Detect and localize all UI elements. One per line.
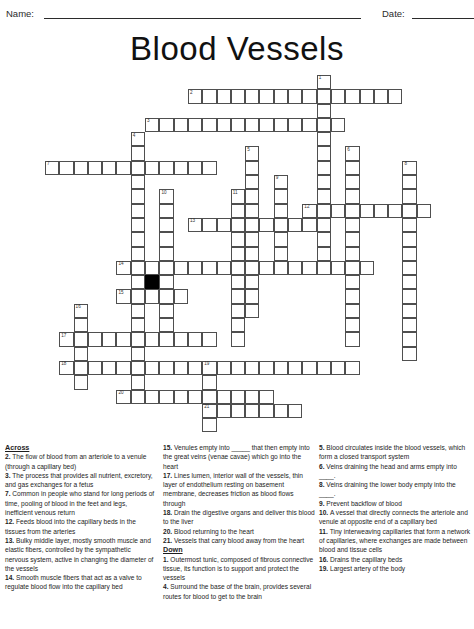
grid-cell[interactable] [131,275,145,289]
grid-cell[interactable] [159,161,173,175]
grid-cell[interactable] [331,361,345,375]
grid-cell[interactable] [345,289,359,303]
grid-cell[interactable]: 14 [116,261,130,275]
grid-cell[interactable] [131,361,145,375]
clue-item: 1. Outermost tunic, composed of fibrous … [163,555,315,583]
grid-cell[interactable] [245,304,259,318]
grid-cell[interactable] [345,189,359,203]
grid-cell[interactable] [131,247,145,261]
grid-cell[interactable]: 5 [245,146,259,160]
grid-cell[interactable] [231,289,245,303]
grid-cell[interactable]: 7 [45,161,59,175]
grid-cell[interactable] [231,204,245,218]
grid-cell[interactable] [217,118,231,132]
grid-cell[interactable] [145,332,159,346]
name-blank-line[interactable] [44,18,361,19]
grid-cell[interactable] [74,318,88,332]
grid-cell[interactable] [245,189,259,203]
grid-cell[interactable] [145,390,159,404]
clue-number: 3 [147,119,150,124]
grid-cell[interactable] [174,390,188,404]
grid-cell[interactable] [202,161,216,175]
grid-cell[interactable] [345,332,359,346]
clue-number: 12 [304,205,309,210]
grid-cell[interactable] [202,118,216,132]
grid-cell[interactable] [317,247,331,261]
grid-cell[interactable] [417,204,431,218]
grid-cell[interactable] [231,404,245,418]
grid-cell[interactable] [345,89,359,103]
grid-cell[interactable] [274,204,288,218]
clue-number: 14 [118,262,123,267]
crossword-worksheet: { "game": "crossword", "title": "Blood V… [0,0,474,629]
clue-item: 5. Blood circulates inside the blood ves… [319,443,471,462]
grid-cell[interactable] [159,261,173,275]
grid-cell[interactable] [331,118,345,132]
grid-cell[interactable] [245,247,259,261]
grid-cell[interactable] [202,218,216,232]
grid-cell[interactable] [274,261,288,275]
grid-cell[interactable] [159,275,173,289]
grid-cell[interactable] [188,390,202,404]
grid-cell[interactable] [88,161,102,175]
grid-cell[interactable] [231,304,245,318]
clue-number: 9 [276,176,279,181]
grid-cell[interactable] [288,89,302,103]
clue-column-3: 5. Blood circulates inside the blood ves… [319,443,471,573]
grid-cell[interactable] [360,204,374,218]
grid-cell[interactable] [402,332,416,346]
grid-cell[interactable] [317,204,331,218]
clue-item: 20. Blood returning to the heart [163,527,315,536]
grid-cell[interactable] [288,361,302,375]
grid-cell[interactable] [274,189,288,203]
grid-cell[interactable] [217,261,231,275]
grid-cell[interactable] [245,289,259,303]
grid-cell[interactable] [231,261,245,275]
grid-cell[interactable] [317,89,331,103]
grid-cell[interactable] [259,261,273,275]
grid-cell[interactable] [202,418,216,432]
grid-cell[interactable] [231,390,245,404]
grid-cell[interactable] [159,204,173,218]
grid-cell[interactable]: 15 [116,289,130,303]
grid-cell[interactable]: 3 [145,118,159,132]
grid-cell[interactable] [259,361,273,375]
grid-cell[interactable] [331,89,345,103]
grid-cell[interactable] [145,261,159,275]
clue-item: 14. Smooth muscle fibers that act as a v… [5,573,155,592]
grid-cell[interactable] [302,261,316,275]
grid-cell[interactable] [159,390,173,404]
grid-cell[interactable] [345,261,359,275]
grid-cell[interactable] [102,361,116,375]
grid-cell[interactable] [345,247,359,261]
grid-cell[interactable]: 8 [402,161,416,175]
grid-cell[interactable] [74,361,88,375]
grid-cell[interactable] [317,104,331,118]
grid-cell[interactable] [231,118,245,132]
grid-cell[interactable] [245,175,259,189]
clue-item: 8. Veins draining the lower body empty i… [319,480,471,499]
grid-cell[interactable] [259,118,273,132]
grid-cell[interactable] [317,132,331,146]
clue-number: 2 [190,91,193,96]
clue-number: 1 [319,76,322,81]
clue-item: 3. The process that provides all nutrien… [5,471,155,490]
grid-cell[interactable] [159,332,173,346]
grid-cell[interactable] [402,304,416,318]
clue-list-heading: Down [163,545,315,554]
crossword-board: 123456789101112131415161718192021 [45,75,445,432]
clue-number: 13 [190,219,195,224]
grid-cell[interactable] [388,204,402,218]
grid-cell[interactable] [402,261,416,275]
grid-cell[interactable] [174,332,188,346]
grid-cell[interactable] [288,118,302,132]
grid-cell[interactable] [302,218,316,232]
grid-cell[interactable] [245,204,259,218]
grid-cell[interactable] [231,232,245,246]
grid-cell[interactable] [202,89,216,103]
clue-item: 6. Veins draining the head and arms empt… [319,462,471,481]
grid-cell[interactable] [331,261,345,275]
clue-item: 15. Venules empty into _____ that then e… [163,443,315,471]
grid-cell[interactable] [116,361,130,375]
clue-number: 7 [47,162,50,167]
grid-cell[interactable] [288,218,302,232]
puzzle-title: Blood Vessels [0,30,474,68]
grid-cell[interactable] [202,332,216,346]
grid-cell[interactable] [317,118,331,132]
grid-cell[interactable] [131,204,145,218]
grid-cell[interactable]: 13 [188,218,202,232]
grid-cell[interactable] [116,161,130,175]
grid-cell[interactable] [317,161,331,175]
grid-cell[interactable] [202,375,216,389]
clue-number: 17 [61,334,66,339]
grid-cell[interactable] [288,404,302,418]
grid-cell[interactable] [131,304,145,318]
grid-cell[interactable] [131,390,145,404]
grid-cell[interactable] [259,89,273,103]
grid-cell[interactable] [302,89,316,103]
black-cell [145,275,159,289]
grid-cell[interactable] [131,347,145,361]
grid-cell[interactable] [317,146,331,160]
grid-cell[interactable] [102,161,116,175]
grid-cell[interactable] [317,361,331,375]
clue-item: 4. Surround the base of the brain, provi… [163,582,315,601]
grid-cell[interactable] [402,189,416,203]
grid-cell[interactable] [145,161,159,175]
grid-cell[interactable] [159,361,173,375]
grid-cell[interactable] [159,232,173,246]
grid-cell[interactable] [188,118,202,132]
clue-number: 19 [204,362,209,367]
grid-cell[interactable] [245,118,259,132]
clue-item: 17. Lines lumen, interior wall of the ve… [163,471,315,508]
grid-cell[interactable]: 16 [74,304,88,318]
grid-cell[interactable] [245,218,259,232]
grid-cell[interactable] [345,218,359,232]
grid-cell[interactable] [274,232,288,246]
grid-cell[interactable] [317,175,331,189]
grid-cell[interactable] [374,89,388,103]
name-label: Name: [6,8,34,19]
grid-cell[interactable] [74,347,88,361]
grid-cell[interactable] [159,318,173,332]
grid-cell[interactable] [159,118,173,132]
grid-cell[interactable] [274,247,288,261]
grid-cell[interactable] [131,218,145,232]
clue-list-heading: Across [5,443,155,452]
grid-cell[interactable] [317,232,331,246]
grid-cell[interactable] [88,332,102,346]
grid-cell[interactable] [345,175,359,189]
grid-cell[interactable] [159,304,173,318]
clue-number: 6 [347,148,350,153]
grid-cell[interactable] [345,361,359,375]
grid-cell[interactable] [402,289,416,303]
grid-cell[interactable] [231,318,245,332]
grid-cell[interactable] [131,161,145,175]
grid-cell[interactable] [231,275,245,289]
grid-cell[interactable] [345,275,359,289]
grid-cell[interactable] [345,204,359,218]
grid-cell[interactable] [402,275,416,289]
grid-cell[interactable] [274,404,288,418]
grid-cell[interactable]: 17 [59,332,73,346]
grid-cell[interactable] [402,218,416,232]
clue-item: 19. Largest artery of the body [319,564,471,573]
grid-cell[interactable] [131,189,145,203]
grid-cell[interactable] [402,204,416,218]
grid-cell[interactable]: 1 [317,75,331,89]
grid-cell[interactable] [345,161,359,175]
grid-cell[interactable] [360,261,374,275]
grid-cell[interactable] [245,161,259,175]
clue-number: 5 [247,148,250,153]
grid-cell[interactable] [402,232,416,246]
grid-cell[interactable] [131,289,145,303]
grid-cell[interactable] [74,161,88,175]
grid-cell[interactable] [274,118,288,132]
clue-item: 11. Tiny interweaving capillaries that f… [319,527,471,555]
grid-cell[interactable] [317,261,331,275]
grid-cell[interactable] [131,232,145,246]
grid-cell[interactable] [217,390,231,404]
grid-cell[interactable] [174,289,188,303]
grid-cell[interactable] [145,289,159,303]
clue-item: 10. A vessel that directly connects the … [319,508,471,527]
grid-cell[interactable] [259,404,273,418]
grid-cell[interactable] [131,146,145,160]
grid-cell[interactable] [231,332,245,346]
clue-number: 4 [133,134,136,139]
grid-cell[interactable]: 11 [231,189,245,203]
grid-cell[interactable] [402,347,416,361]
grid-cell[interactable] [131,318,145,332]
grid-cell[interactable] [274,218,288,232]
grid-cell[interactable] [74,375,88,389]
grid-cell[interactable] [274,361,288,375]
clue-item: 2. The flow of blood from an arteriole t… [5,452,155,471]
grid-cell[interactable] [188,332,202,346]
clue-item: 13. Bulky middle layer, mostly smooth mu… [5,536,155,573]
grid-cell[interactable] [402,247,416,261]
grid-cell[interactable] [217,218,231,232]
grid-cell[interactable] [174,361,188,375]
clue-item: 18. Drain the digestive organs and deliv… [163,508,315,527]
grid-cell[interactable] [131,332,145,346]
grid-cell[interactable] [74,332,88,346]
grid-cell[interactable]: 2 [188,89,202,103]
grid-cell[interactable] [345,232,359,246]
grid-cell[interactable] [231,361,245,375]
grid-cell[interactable] [245,404,259,418]
grid-cell[interactable]: 18 [59,361,73,375]
grid-cell[interactable] [102,332,116,346]
grid-cell[interactable] [174,261,188,275]
grid-cell[interactable] [259,218,273,232]
clue-number: 20 [118,391,123,396]
grid-cell[interactable] [317,189,331,203]
grid-cell[interactable] [288,261,302,275]
clue-item: 7. Common in people who stand for long p… [5,489,155,517]
clue-number: 8 [404,162,407,167]
grid-cell[interactable] [159,218,173,232]
grid-cell[interactable] [174,118,188,132]
clue-column-2: 15. Venules empty into _____ that then e… [163,443,315,601]
date-blank-line[interactable] [412,18,474,19]
grid-cell[interactable] [388,89,402,103]
grid-cell[interactable] [188,361,202,375]
grid-cell[interactable] [245,89,259,103]
grid-cell[interactable]: 4 [131,132,145,146]
grid-cell[interactable] [145,361,159,375]
grid-cell[interactable] [345,318,359,332]
grid-cell[interactable]: 21 [202,404,216,418]
grid-cell[interactable] [317,218,331,232]
grid-cell[interactable]: 6 [345,146,359,160]
grid-cell[interactable] [88,361,102,375]
grid-cell[interactable] [360,89,374,103]
worksheet-header: Name: Date: [6,8,468,22]
clue-number: 18 [61,362,66,367]
grid-cell[interactable] [402,318,416,332]
grid-cell[interactable] [202,261,216,275]
clue-number: 11 [233,191,238,196]
grid-cell[interactable] [245,361,259,375]
grid-cell[interactable] [231,247,245,261]
grid-cell[interactable] [202,390,216,404]
grid-cell[interactable] [374,204,388,218]
grid-cell[interactable]: 20 [116,390,130,404]
clue-number: 21 [204,405,209,410]
grid-cell[interactable] [274,89,288,103]
grid-cell[interactable] [131,261,145,275]
grid-cell[interactable] [245,275,259,289]
grid-cell[interactable] [131,375,145,389]
clue-column-1: Across2. The flow of blood from an arter… [5,443,155,592]
grid-cell[interactable] [116,332,130,346]
grid-cell[interactable] [245,232,259,246]
grid-cell[interactable] [217,361,231,375]
grid-cell[interactable] [217,404,231,418]
clue-number: 10 [161,191,166,196]
grid-cell[interactable]: 9 [274,175,288,189]
grid-cell[interactable] [331,204,345,218]
grid-cell[interactable] [245,390,259,404]
clue-item: 12. Feeds blood into the capillary beds … [5,517,155,536]
grid-cell[interactable] [217,89,231,103]
grid-cell[interactable] [174,161,188,175]
clue-item: 9. Prevent backflow of blood [319,499,471,508]
grid-cell[interactable]: 12 [302,204,316,218]
clue-number: 15 [118,291,123,296]
grid-cell[interactable] [259,390,273,404]
grid-cell[interactable] [188,161,202,175]
grid-cell[interactable]: 19 [202,361,216,375]
clue-number: 16 [76,305,81,310]
date-label: Date: [382,8,405,19]
grid-cell[interactable] [188,261,202,275]
grid-cell[interactable] [131,175,145,189]
clue-item: 21. Vessels that carry blood away from t… [163,536,315,545]
grid-cell[interactable] [402,175,416,189]
grid-cell[interactable] [245,261,259,275]
clue-item: 16. Drains the capillary beds [319,555,471,564]
grid-cell[interactable] [302,118,316,132]
grid-cell[interactable] [159,247,173,261]
grid-cell[interactable] [231,89,245,103]
grid-cell[interactable] [302,361,316,375]
grid-cell[interactable] [231,218,245,232]
grid-cell[interactable] [59,161,73,175]
grid-cell[interactable] [159,289,173,303]
grid-cell[interactable]: 10 [159,189,173,203]
grid-cell[interactable] [345,304,359,318]
